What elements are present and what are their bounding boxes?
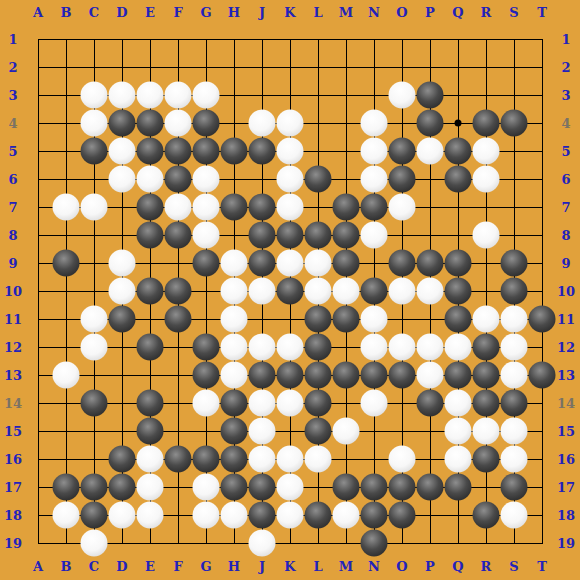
intersection-K7[interactable]	[276, 193, 304, 221]
intersection-K11[interactable]	[276, 305, 304, 333]
intersection-G15[interactable]	[192, 417, 220, 445]
intersection-B8[interactable]	[52, 221, 80, 249]
intersection-O12[interactable]	[388, 333, 416, 361]
intersection-L12[interactable]	[304, 333, 332, 361]
intersection-R12[interactable]	[472, 333, 500, 361]
intersection-P17[interactable]	[416, 473, 444, 501]
intersection-F2[interactable]	[164, 53, 192, 81]
intersection-O10[interactable]	[388, 277, 416, 305]
intersection-S18[interactable]	[500, 501, 528, 529]
intersection-S13[interactable]	[500, 361, 528, 389]
intersection-A1[interactable]	[24, 25, 52, 53]
intersection-C5[interactable]	[80, 137, 108, 165]
intersection-E5[interactable]	[136, 137, 164, 165]
intersection-K10[interactable]	[276, 277, 304, 305]
intersection-T18[interactable]	[528, 501, 556, 529]
intersection-D4[interactable]	[108, 109, 136, 137]
intersection-T10[interactable]	[528, 277, 556, 305]
intersection-L2[interactable]	[304, 53, 332, 81]
intersection-E19[interactable]	[136, 529, 164, 557]
intersection-B5[interactable]	[52, 137, 80, 165]
intersection-C13[interactable]	[80, 361, 108, 389]
intersection-G10[interactable]	[192, 277, 220, 305]
intersection-K8[interactable]	[276, 221, 304, 249]
intersection-Q8[interactable]	[444, 221, 472, 249]
intersection-K19[interactable]	[276, 529, 304, 557]
intersection-J4[interactable]	[248, 109, 276, 137]
intersection-D9[interactable]	[108, 249, 136, 277]
intersection-T16[interactable]	[528, 445, 556, 473]
intersection-M8[interactable]	[332, 221, 360, 249]
intersection-J2[interactable]	[248, 53, 276, 81]
intersection-K5[interactable]	[276, 137, 304, 165]
intersection-D8[interactable]	[108, 221, 136, 249]
intersection-K13[interactable]	[276, 361, 304, 389]
intersection-M1[interactable]	[332, 25, 360, 53]
intersection-J17[interactable]	[248, 473, 276, 501]
intersection-A13[interactable]	[24, 361, 52, 389]
intersection-C14[interactable]	[80, 389, 108, 417]
intersection-N17[interactable]	[360, 473, 388, 501]
intersection-G18[interactable]	[192, 501, 220, 529]
intersection-Q9[interactable]	[444, 249, 472, 277]
intersection-S11[interactable]	[500, 305, 528, 333]
intersection-C4[interactable]	[80, 109, 108, 137]
intersection-R17[interactable]	[472, 473, 500, 501]
intersection-A18[interactable]	[24, 501, 52, 529]
intersection-Q13[interactable]	[444, 361, 472, 389]
intersection-E10[interactable]	[136, 277, 164, 305]
intersection-R15[interactable]	[472, 417, 500, 445]
intersection-S9[interactable]	[500, 249, 528, 277]
intersection-L4[interactable]	[304, 109, 332, 137]
intersection-R7[interactable]	[472, 193, 500, 221]
intersection-N3[interactable]	[360, 81, 388, 109]
intersection-K1[interactable]	[276, 25, 304, 53]
intersection-J16[interactable]	[248, 445, 276, 473]
intersection-G16[interactable]	[192, 445, 220, 473]
intersection-F15[interactable]	[164, 417, 192, 445]
intersection-N8[interactable]	[360, 221, 388, 249]
intersection-B4[interactable]	[52, 109, 80, 137]
intersection-S3[interactable]	[500, 81, 528, 109]
intersection-A11[interactable]	[24, 305, 52, 333]
intersection-E12[interactable]	[136, 333, 164, 361]
intersection-J3[interactable]	[248, 81, 276, 109]
intersection-Q16[interactable]	[444, 445, 472, 473]
intersection-N10[interactable]	[360, 277, 388, 305]
intersection-T7[interactable]	[528, 193, 556, 221]
intersection-P5[interactable]	[416, 137, 444, 165]
intersection-M11[interactable]	[332, 305, 360, 333]
intersection-N4[interactable]	[360, 109, 388, 137]
intersection-N9[interactable]	[360, 249, 388, 277]
intersection-J9[interactable]	[248, 249, 276, 277]
intersection-N12[interactable]	[360, 333, 388, 361]
intersection-E15[interactable]	[136, 417, 164, 445]
intersection-H10[interactable]	[220, 277, 248, 305]
intersection-H12[interactable]	[220, 333, 248, 361]
intersection-P14[interactable]	[416, 389, 444, 417]
intersection-E9[interactable]	[136, 249, 164, 277]
intersection-D18[interactable]	[108, 501, 136, 529]
intersection-A17[interactable]	[24, 473, 52, 501]
intersection-O15[interactable]	[388, 417, 416, 445]
intersection-F10[interactable]	[164, 277, 192, 305]
intersection-D1[interactable]	[108, 25, 136, 53]
intersection-R11[interactable]	[472, 305, 500, 333]
intersection-G2[interactable]	[192, 53, 220, 81]
intersection-J8[interactable]	[248, 221, 276, 249]
intersection-E18[interactable]	[136, 501, 164, 529]
intersection-E1[interactable]	[136, 25, 164, 53]
intersection-D14[interactable]	[108, 389, 136, 417]
intersection-T5[interactable]	[528, 137, 556, 165]
intersection-A8[interactable]	[24, 221, 52, 249]
intersection-L13[interactable]	[304, 361, 332, 389]
intersection-D5[interactable]	[108, 137, 136, 165]
intersection-R4[interactable]	[472, 109, 500, 137]
intersection-C3[interactable]	[80, 81, 108, 109]
intersection-T17[interactable]	[528, 473, 556, 501]
intersection-Q4[interactable]	[444, 109, 472, 137]
intersection-T19[interactable]	[528, 529, 556, 557]
intersection-G13[interactable]	[192, 361, 220, 389]
intersection-B14[interactable]	[52, 389, 80, 417]
intersection-L18[interactable]	[304, 501, 332, 529]
intersection-A9[interactable]	[24, 249, 52, 277]
intersection-J12[interactable]	[248, 333, 276, 361]
intersection-F11[interactable]	[164, 305, 192, 333]
intersection-H13[interactable]	[220, 361, 248, 389]
intersection-S1[interactable]	[500, 25, 528, 53]
intersection-D6[interactable]	[108, 165, 136, 193]
intersection-E4[interactable]	[136, 109, 164, 137]
intersection-Q3[interactable]	[444, 81, 472, 109]
intersection-F9[interactable]	[164, 249, 192, 277]
intersection-A3[interactable]	[24, 81, 52, 109]
intersection-D12[interactable]	[108, 333, 136, 361]
intersection-M12[interactable]	[332, 333, 360, 361]
intersection-E8[interactable]	[136, 221, 164, 249]
intersection-O4[interactable]	[388, 109, 416, 137]
intersection-R3[interactable]	[472, 81, 500, 109]
intersection-D10[interactable]	[108, 277, 136, 305]
intersection-Q2[interactable]	[444, 53, 472, 81]
intersection-L7[interactable]	[304, 193, 332, 221]
intersection-B15[interactable]	[52, 417, 80, 445]
intersection-R18[interactable]	[472, 501, 500, 529]
intersection-F12[interactable]	[164, 333, 192, 361]
intersection-M9[interactable]	[332, 249, 360, 277]
intersection-H2[interactable]	[220, 53, 248, 81]
intersection-T9[interactable]	[528, 249, 556, 277]
intersection-R8[interactable]	[472, 221, 500, 249]
intersection-L15[interactable]	[304, 417, 332, 445]
intersection-H5[interactable]	[220, 137, 248, 165]
intersection-D13[interactable]	[108, 361, 136, 389]
intersection-K2[interactable]	[276, 53, 304, 81]
intersection-S4[interactable]	[500, 109, 528, 137]
intersection-S19[interactable]	[500, 529, 528, 557]
intersection-G12[interactable]	[192, 333, 220, 361]
intersection-M10[interactable]	[332, 277, 360, 305]
intersection-R10[interactable]	[472, 277, 500, 305]
intersection-C9[interactable]	[80, 249, 108, 277]
intersection-R2[interactable]	[472, 53, 500, 81]
intersection-C6[interactable]	[80, 165, 108, 193]
intersection-H4[interactable]	[220, 109, 248, 137]
intersection-C7[interactable]	[80, 193, 108, 221]
intersection-O1[interactable]	[388, 25, 416, 53]
intersection-T4[interactable]	[528, 109, 556, 137]
intersection-R1[interactable]	[472, 25, 500, 53]
intersection-G8[interactable]	[192, 221, 220, 249]
intersection-N2[interactable]	[360, 53, 388, 81]
intersection-L16[interactable]	[304, 445, 332, 473]
intersection-R13[interactable]	[472, 361, 500, 389]
intersection-J11[interactable]	[248, 305, 276, 333]
intersection-E16[interactable]	[136, 445, 164, 473]
intersection-A14[interactable]	[24, 389, 52, 417]
intersection-M6[interactable]	[332, 165, 360, 193]
intersection-L11[interactable]	[304, 305, 332, 333]
intersection-J14[interactable]	[248, 389, 276, 417]
intersection-P10[interactable]	[416, 277, 444, 305]
intersection-P11[interactable]	[416, 305, 444, 333]
intersection-G14[interactable]	[192, 389, 220, 417]
intersection-B7[interactable]	[52, 193, 80, 221]
intersection-T11[interactable]	[528, 305, 556, 333]
intersection-H14[interactable]	[220, 389, 248, 417]
intersection-L9[interactable]	[304, 249, 332, 277]
intersection-C2[interactable]	[80, 53, 108, 81]
intersection-C12[interactable]	[80, 333, 108, 361]
intersection-T12[interactable]	[528, 333, 556, 361]
intersection-T8[interactable]	[528, 221, 556, 249]
intersection-A2[interactable]	[24, 53, 52, 81]
intersection-C16[interactable]	[80, 445, 108, 473]
intersection-O11[interactable]	[388, 305, 416, 333]
intersection-E7[interactable]	[136, 193, 164, 221]
intersection-O14[interactable]	[388, 389, 416, 417]
intersection-O19[interactable]	[388, 529, 416, 557]
intersection-P16[interactable]	[416, 445, 444, 473]
intersection-G11[interactable]	[192, 305, 220, 333]
intersection-P4[interactable]	[416, 109, 444, 137]
intersection-M7[interactable]	[332, 193, 360, 221]
intersection-Q11[interactable]	[444, 305, 472, 333]
intersection-J6[interactable]	[248, 165, 276, 193]
intersection-A10[interactable]	[24, 277, 52, 305]
intersection-B18[interactable]	[52, 501, 80, 529]
intersection-P9[interactable]	[416, 249, 444, 277]
intersection-F19[interactable]	[164, 529, 192, 557]
intersection-T14[interactable]	[528, 389, 556, 417]
intersection-M14[interactable]	[332, 389, 360, 417]
intersection-O17[interactable]	[388, 473, 416, 501]
intersection-E13[interactable]	[136, 361, 164, 389]
intersection-N15[interactable]	[360, 417, 388, 445]
intersection-J18[interactable]	[248, 501, 276, 529]
intersection-D17[interactable]	[108, 473, 136, 501]
intersection-F1[interactable]	[164, 25, 192, 53]
intersection-C10[interactable]	[80, 277, 108, 305]
intersection-Q1[interactable]	[444, 25, 472, 53]
intersection-K4[interactable]	[276, 109, 304, 137]
intersection-K14[interactable]	[276, 389, 304, 417]
intersection-G4[interactable]	[192, 109, 220, 137]
intersection-O7[interactable]	[388, 193, 416, 221]
intersection-G7[interactable]	[192, 193, 220, 221]
intersection-S14[interactable]	[500, 389, 528, 417]
intersection-H8[interactable]	[220, 221, 248, 249]
intersection-L17[interactable]	[304, 473, 332, 501]
intersection-M5[interactable]	[332, 137, 360, 165]
intersection-N13[interactable]	[360, 361, 388, 389]
intersection-P3[interactable]	[416, 81, 444, 109]
intersection-N14[interactable]	[360, 389, 388, 417]
intersection-M19[interactable]	[332, 529, 360, 557]
intersection-Q5[interactable]	[444, 137, 472, 165]
intersection-O2[interactable]	[388, 53, 416, 81]
intersection-C1[interactable]	[80, 25, 108, 53]
intersection-M15[interactable]	[332, 417, 360, 445]
intersection-B10[interactable]	[52, 277, 80, 305]
intersection-F5[interactable]	[164, 137, 192, 165]
intersection-C18[interactable]	[80, 501, 108, 529]
intersection-M17[interactable]	[332, 473, 360, 501]
intersection-H7[interactable]	[220, 193, 248, 221]
intersection-S10[interactable]	[500, 277, 528, 305]
intersection-T15[interactable]	[528, 417, 556, 445]
intersection-Q19[interactable]	[444, 529, 472, 557]
intersection-J1[interactable]	[248, 25, 276, 53]
intersection-P2[interactable]	[416, 53, 444, 81]
intersection-S15[interactable]	[500, 417, 528, 445]
intersection-A15[interactable]	[24, 417, 52, 445]
intersection-J5[interactable]	[248, 137, 276, 165]
intersection-J7[interactable]	[248, 193, 276, 221]
intersection-Q18[interactable]	[444, 501, 472, 529]
intersection-H16[interactable]	[220, 445, 248, 473]
intersection-C11[interactable]	[80, 305, 108, 333]
intersection-M13[interactable]	[332, 361, 360, 389]
intersection-T2[interactable]	[528, 53, 556, 81]
intersection-Q10[interactable]	[444, 277, 472, 305]
intersection-N18[interactable]	[360, 501, 388, 529]
intersection-E17[interactable]	[136, 473, 164, 501]
intersection-F14[interactable]	[164, 389, 192, 417]
intersection-K15[interactable]	[276, 417, 304, 445]
intersection-F18[interactable]	[164, 501, 192, 529]
intersection-T13[interactable]	[528, 361, 556, 389]
intersection-A12[interactable]	[24, 333, 52, 361]
intersection-H11[interactable]	[220, 305, 248, 333]
intersection-D16[interactable]	[108, 445, 136, 473]
intersection-N16[interactable]	[360, 445, 388, 473]
intersection-O13[interactable]	[388, 361, 416, 389]
intersection-C15[interactable]	[80, 417, 108, 445]
intersection-D15[interactable]	[108, 417, 136, 445]
intersection-M18[interactable]	[332, 501, 360, 529]
intersection-O3[interactable]	[388, 81, 416, 109]
intersection-L1[interactable]	[304, 25, 332, 53]
intersection-Q12[interactable]	[444, 333, 472, 361]
intersection-T6[interactable]	[528, 165, 556, 193]
intersection-G1[interactable]	[192, 25, 220, 53]
intersection-P6[interactable]	[416, 165, 444, 193]
intersection-G3[interactable]	[192, 81, 220, 109]
intersection-R5[interactable]	[472, 137, 500, 165]
intersection-N5[interactable]	[360, 137, 388, 165]
intersection-J13[interactable]	[248, 361, 276, 389]
intersection-N6[interactable]	[360, 165, 388, 193]
intersection-S17[interactable]	[500, 473, 528, 501]
intersection-P7[interactable]	[416, 193, 444, 221]
intersection-S6[interactable]	[500, 165, 528, 193]
intersection-E3[interactable]	[136, 81, 164, 109]
intersection-Q15[interactable]	[444, 417, 472, 445]
intersection-L8[interactable]	[304, 221, 332, 249]
intersection-J10[interactable]	[248, 277, 276, 305]
intersection-F8[interactable]	[164, 221, 192, 249]
intersection-G9[interactable]	[192, 249, 220, 277]
intersection-E6[interactable]	[136, 165, 164, 193]
intersection-N11[interactable]	[360, 305, 388, 333]
intersection-P12[interactable]	[416, 333, 444, 361]
intersection-S7[interactable]	[500, 193, 528, 221]
intersection-F13[interactable]	[164, 361, 192, 389]
intersection-N19[interactable]	[360, 529, 388, 557]
intersection-B19[interactable]	[52, 529, 80, 557]
intersection-E11[interactable]	[136, 305, 164, 333]
intersection-K18[interactable]	[276, 501, 304, 529]
intersection-L6[interactable]	[304, 165, 332, 193]
intersection-B12[interactable]	[52, 333, 80, 361]
intersection-R19[interactable]	[472, 529, 500, 557]
intersection-H19[interactable]	[220, 529, 248, 557]
intersection-P19[interactable]	[416, 529, 444, 557]
intersection-O5[interactable]	[388, 137, 416, 165]
intersection-K16[interactable]	[276, 445, 304, 473]
intersection-F6[interactable]	[164, 165, 192, 193]
intersection-G17[interactable]	[192, 473, 220, 501]
intersection-K6[interactable]	[276, 165, 304, 193]
intersection-D19[interactable]	[108, 529, 136, 557]
intersection-A19[interactable]	[24, 529, 52, 557]
intersection-H1[interactable]	[220, 25, 248, 53]
intersection-O9[interactable]	[388, 249, 416, 277]
intersection-F17[interactable]	[164, 473, 192, 501]
intersection-S2[interactable]	[500, 53, 528, 81]
intersection-H9[interactable]	[220, 249, 248, 277]
intersection-Q6[interactable]	[444, 165, 472, 193]
intersection-B6[interactable]	[52, 165, 80, 193]
intersection-D2[interactable]	[108, 53, 136, 81]
intersection-L14[interactable]	[304, 389, 332, 417]
intersection-G5[interactable]	[192, 137, 220, 165]
intersection-Q7[interactable]	[444, 193, 472, 221]
intersection-T1[interactable]	[528, 25, 556, 53]
intersection-B11[interactable]	[52, 305, 80, 333]
intersection-Q14[interactable]	[444, 389, 472, 417]
intersection-M16[interactable]	[332, 445, 360, 473]
intersection-H3[interactable]	[220, 81, 248, 109]
intersection-P18[interactable]	[416, 501, 444, 529]
intersection-N7[interactable]	[360, 193, 388, 221]
intersection-F3[interactable]	[164, 81, 192, 109]
